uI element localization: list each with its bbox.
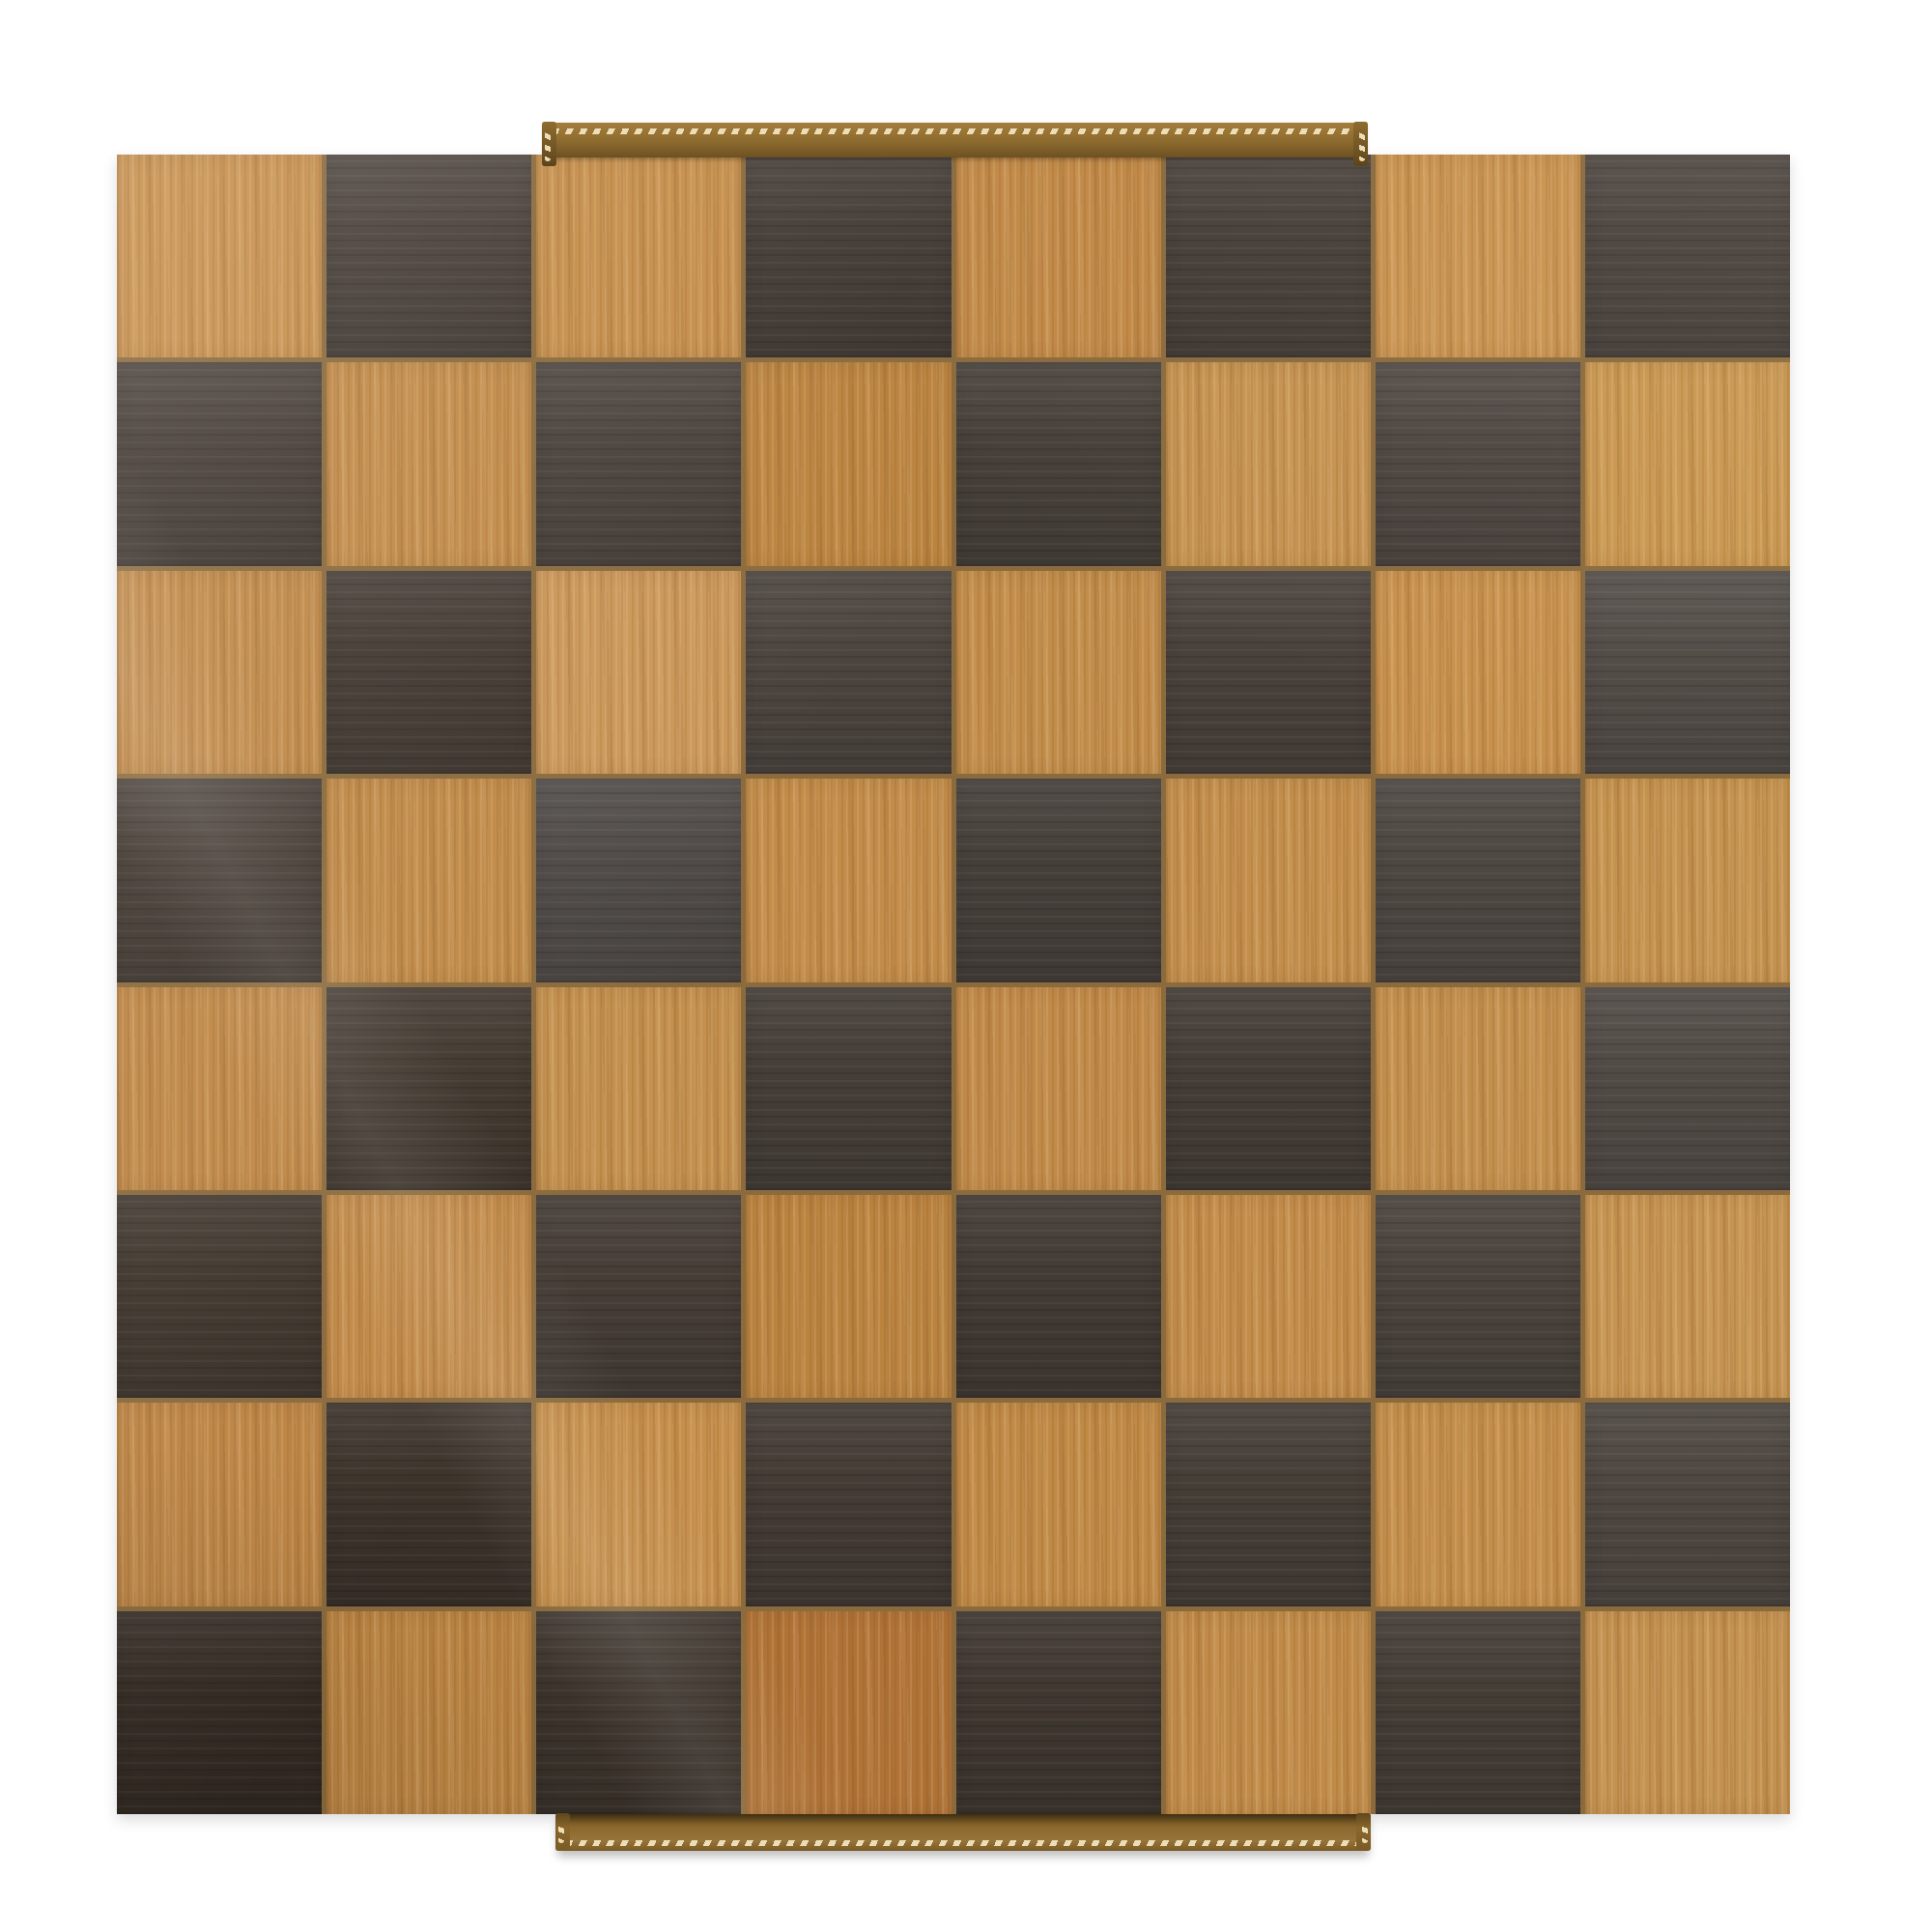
square-h4[interactable] [1585, 987, 1790, 1190]
square-d2[interactable] [746, 1403, 951, 1605]
square-b7[interactable] [327, 362, 531, 565]
leather-strap-top [544, 123, 1366, 157]
square-c3[interactable] [536, 1195, 741, 1398]
square-c5[interactable] [536, 779, 741, 981]
square-e8[interactable] [956, 155, 1161, 357]
square-f1[interactable] [1166, 1611, 1371, 1814]
square-d5[interactable] [746, 779, 951, 981]
square-h1[interactable] [1585, 1611, 1790, 1814]
square-a5[interactable] [117, 779, 322, 981]
square-b2[interactable] [327, 1403, 531, 1605]
stitch-line [545, 131, 551, 161]
square-a8[interactable] [117, 155, 322, 357]
square-b8[interactable] [327, 155, 531, 357]
square-h5[interactable] [1585, 779, 1790, 981]
square-d8[interactable] [746, 155, 951, 357]
square-h6[interactable] [1585, 571, 1790, 774]
square-c2[interactable] [536, 1403, 741, 1605]
chessboard [117, 155, 1790, 1814]
square-c1[interactable] [536, 1611, 741, 1814]
square-h2[interactable] [1585, 1403, 1790, 1605]
square-g8[interactable] [1376, 155, 1580, 357]
square-d6[interactable] [746, 571, 951, 774]
square-f6[interactable] [1166, 571, 1371, 774]
square-a3[interactable] [117, 1195, 322, 1398]
square-a4[interactable] [117, 987, 322, 1190]
square-h7[interactable] [1585, 362, 1790, 565]
square-b6[interactable] [327, 571, 531, 774]
product-photo [0, 0, 1932, 1932]
square-a1[interactable] [117, 1611, 322, 1814]
square-c6[interactable] [536, 571, 741, 774]
square-f2[interactable] [1166, 1403, 1371, 1605]
strap-end-tab [1356, 1813, 1371, 1851]
square-b3[interactable] [327, 1195, 531, 1398]
square-h8[interactable] [1585, 155, 1790, 357]
square-a2[interactable] [117, 1403, 322, 1605]
square-e3[interactable] [956, 1195, 1161, 1398]
square-h3[interactable] [1585, 1195, 1790, 1398]
square-d3[interactable] [746, 1195, 951, 1398]
square-e7[interactable] [956, 362, 1161, 565]
strap-end-tab [555, 1813, 570, 1851]
square-c4[interactable] [536, 987, 741, 1190]
square-c8[interactable] [536, 155, 741, 357]
stitch-line [567, 1840, 1359, 1846]
square-d4[interactable] [746, 987, 951, 1190]
stitch-line [558, 1824, 564, 1843]
leather-strap-bottom [557, 1814, 1369, 1851]
square-a6[interactable] [117, 571, 322, 774]
square-e4[interactable] [956, 987, 1161, 1190]
square-g1[interactable] [1376, 1611, 1580, 1814]
square-c7[interactable] [536, 362, 741, 565]
square-f4[interactable] [1166, 987, 1371, 1190]
square-g3[interactable] [1376, 1195, 1580, 1398]
square-g7[interactable] [1376, 362, 1580, 565]
square-a7[interactable] [117, 362, 322, 565]
square-f3[interactable] [1166, 1195, 1371, 1398]
square-d1[interactable] [746, 1611, 951, 1814]
stitch-line [1362, 1824, 1368, 1843]
square-f8[interactable] [1166, 155, 1371, 357]
square-e5[interactable] [956, 779, 1161, 981]
square-b5[interactable] [327, 779, 531, 981]
square-b4[interactable] [327, 987, 531, 1190]
square-g2[interactable] [1376, 1403, 1580, 1605]
strap-end-tab [1353, 122, 1368, 166]
square-f7[interactable] [1166, 362, 1371, 565]
square-g4[interactable] [1376, 987, 1580, 1190]
strap-end-tab [542, 122, 556, 166]
stitch-line [1359, 131, 1365, 161]
square-g6[interactable] [1376, 571, 1580, 774]
square-b1[interactable] [327, 1611, 531, 1814]
square-e6[interactable] [956, 571, 1161, 774]
stitch-line [554, 128, 1356, 134]
square-f5[interactable] [1166, 779, 1371, 981]
square-g5[interactable] [1376, 779, 1580, 981]
square-e1[interactable] [956, 1611, 1161, 1814]
square-d7[interactable] [746, 362, 951, 565]
square-e2[interactable] [956, 1403, 1161, 1605]
